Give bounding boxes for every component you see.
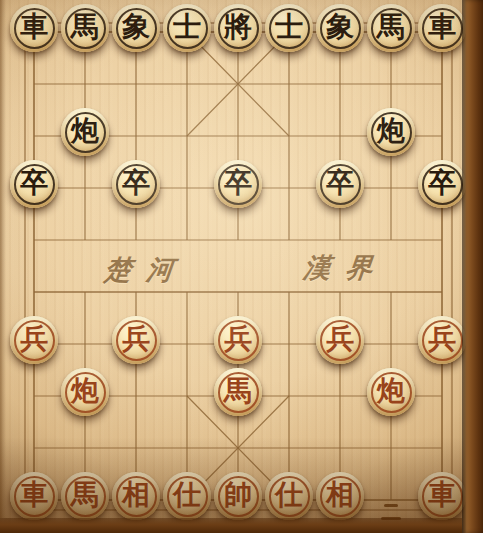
board-frame-right [462, 0, 483, 533]
wood-grain-texture [0, 0, 483, 533]
piece-glyph: 兵 [20, 325, 48, 353]
piece-glyph: 炮 [71, 377, 99, 405]
piece-black-soldier[interactable]: 卒 [316, 160, 364, 208]
piece-glyph: 仕 [173, 481, 201, 509]
piece-black-general[interactable]: 將 [214, 4, 262, 52]
piece-black-elephant[interactable]: 象 [112, 4, 160, 52]
piece-glyph: 帥 [224, 481, 252, 509]
piece-glyph: 兵 [224, 325, 252, 353]
piece-glyph: 士 [275, 13, 303, 41]
piece-glyph: 相 [122, 481, 150, 509]
piece-black-soldier[interactable]: 卒 [112, 160, 160, 208]
piece-glyph: 卒 [122, 169, 150, 197]
piece-glyph: 士 [173, 13, 201, 41]
piece-red-soldier[interactable]: 兵 [10, 316, 58, 364]
board-frame-left [0, 0, 6, 518]
piece-red-soldier[interactable]: 兵 [316, 316, 364, 364]
piece-glyph: 車 [428, 481, 456, 509]
piece-glyph: 兵 [122, 325, 150, 353]
piece-black-soldier[interactable]: 卒 [10, 160, 58, 208]
piece-black-soldier[interactable]: 卒 [214, 160, 262, 208]
piece-glyph: 象 [122, 13, 150, 41]
piece-black-chariot[interactable]: 車 [418, 4, 466, 52]
piece-glyph: 卒 [326, 169, 354, 197]
piece-glyph: 兵 [428, 325, 456, 353]
piece-red-cannon[interactable]: 炮 [367, 368, 415, 416]
xiangqi-board[interactable]: 楚河 漢界 車馬象士將士象馬車炮炮卒卒卒卒卒兵兵兵兵兵炮馬炮車馬相仕帥仕相車 [0, 0, 483, 533]
piece-red-general[interactable]: 帥 [214, 472, 262, 520]
piece-glyph: 炮 [377, 377, 405, 405]
piece-glyph: 兵 [326, 325, 354, 353]
piece-glyph: 卒 [224, 169, 252, 197]
piece-black-advisor[interactable]: 士 [265, 4, 313, 52]
piece-glyph: 相 [326, 481, 354, 509]
piece-red-advisor[interactable]: 仕 [265, 472, 313, 520]
piece-glyph: 將 [224, 13, 252, 41]
piece-black-cannon[interactable]: 炮 [61, 108, 109, 156]
piece-glyph: 馬 [377, 13, 405, 41]
piece-glyph: 象 [326, 13, 354, 41]
piece-glyph: 卒 [20, 169, 48, 197]
piece-glyph: 車 [20, 13, 48, 41]
board-frame-bottom [0, 518, 462, 533]
piece-red-advisor[interactable]: 仕 [163, 472, 211, 520]
piece-glyph: 仕 [275, 481, 303, 509]
piece-glyph: 車 [428, 13, 456, 41]
piece-glyph: 炮 [71, 117, 99, 145]
piece-black-advisor[interactable]: 士 [163, 4, 211, 52]
board-grid [0, 0, 483, 533]
piece-black-horse[interactable]: 馬 [367, 4, 415, 52]
piece-glyph: 炮 [377, 117, 405, 145]
piece-black-cannon[interactable]: 炮 [367, 108, 415, 156]
river-label-left: 楚河 [88, 256, 190, 283]
piece-black-chariot[interactable]: 車 [10, 4, 58, 52]
piece-red-horse[interactable]: 馬 [61, 472, 109, 520]
piece-red-chariot[interactable]: 車 [418, 472, 466, 520]
piece-red-elephant[interactable]: 相 [316, 472, 364, 520]
piece-glyph: 卒 [428, 169, 456, 197]
piece-glyph: 馬 [71, 481, 99, 509]
piece-glyph: 車 [20, 481, 48, 509]
piece-red-soldier[interactable]: 兵 [112, 316, 160, 364]
piece-glyph: 馬 [224, 377, 252, 405]
piece-red-elephant[interactable]: 相 [112, 472, 160, 520]
piece-black-soldier[interactable]: 卒 [418, 160, 466, 208]
piece-glyph: 馬 [71, 13, 99, 41]
piece-red-chariot[interactable]: 車 [10, 472, 58, 520]
piece-red-soldier[interactable]: 兵 [214, 316, 262, 364]
piece-red-soldier[interactable]: 兵 [418, 316, 466, 364]
piece-black-elephant[interactable]: 象 [316, 4, 364, 52]
board-vignette [0, 0, 483, 533]
piece-red-horse[interactable]: 馬 [214, 368, 262, 416]
river-label-right: 漢界 [287, 254, 389, 281]
piece-black-horse[interactable]: 馬 [61, 4, 109, 52]
piece-red-cannon[interactable]: 炮 [61, 368, 109, 416]
